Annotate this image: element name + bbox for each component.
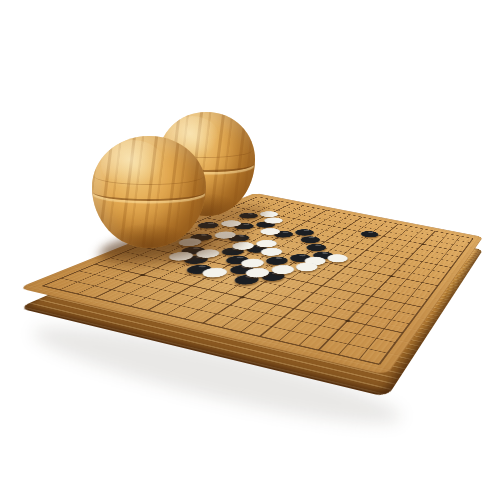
black-stone: ● xyxy=(359,230,381,238)
white-stone: ● xyxy=(326,253,351,263)
product-photo-stage: ●●●●●●●●●●●●●●●●●●●●●●●●●●●●●●●●●●●●●●●●… xyxy=(0,0,500,500)
bowl-lid-seam xyxy=(93,183,205,201)
white-stone: ● xyxy=(294,261,321,272)
white-stone: ● xyxy=(263,216,287,223)
